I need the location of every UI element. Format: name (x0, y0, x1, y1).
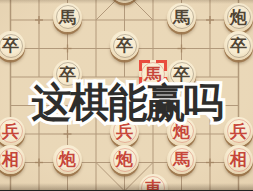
piece-glyph: 卒 (0, 31, 25, 60)
piece-glyph: 炮 (110, 145, 139, 174)
piece-glyph: 炮 (53, 145, 82, 174)
piece-red-elephant[interactable]: 相 (0, 145, 25, 174)
piece-red-cannon[interactable]: 炮 (110, 145, 139, 174)
piece-glyph: 兵 (0, 117, 25, 146)
piece-glyph: 兵 (224, 117, 253, 146)
piece-glyph: 卒 (224, 31, 253, 60)
piece-glyph: 馬 (53, 3, 82, 32)
piece-black-soldier[interactable]: 卒 (224, 31, 253, 60)
piece-glyph: 馬 (167, 3, 196, 32)
piece-black-horse[interactable]: 馬 (167, 3, 196, 32)
piece-red-chariot[interactable]: 車 (139, 174, 168, 191)
piece-glyph: 相 (224, 145, 253, 174)
piece-red-soldier[interactable]: 兵 (0, 117, 25, 146)
caption-text: 这棋能赢吗 (32, 80, 222, 124)
piece-glyph: 車 (139, 174, 168, 191)
piece-black-soldier[interactable]: 卒 (110, 31, 139, 60)
piece-red-cannon[interactable]: 炮 (53, 145, 82, 174)
piece-glyph: 卒 (110, 31, 139, 60)
piece-red-elephant[interactable]: 相 (224, 145, 253, 174)
piece-red-soldier[interactable]: 兵 (224, 117, 253, 146)
piece-black-horse[interactable]: 馬 (53, 3, 82, 32)
piece-black-cannon[interactable]: 炮 (224, 3, 253, 32)
xiangqi-app-screen: 士馬馬炮卒卒卒卒卒馬兵兵炮兵相炮炮馬相車 这棋能赢吗 这棋能赢吗 (0, 0, 253, 190)
piece-red-horse[interactable]: 馬 (167, 145, 196, 174)
piece-black-advisor[interactable]: 士 (110, 0, 139, 3)
piece-glyph: 士 (110, 0, 139, 3)
piece-glyph: 馬 (167, 145, 196, 174)
piece-glyph: 相 (0, 145, 25, 174)
piece-glyph: 炮 (224, 3, 253, 32)
caption-overlay: 这棋能赢吗 这棋能赢吗 (32, 80, 222, 124)
piece-black-soldier[interactable]: 卒 (0, 31, 25, 60)
